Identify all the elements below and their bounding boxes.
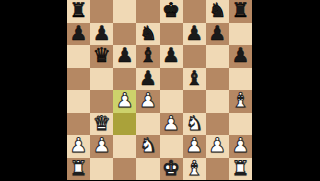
square-f5[interactable]: ♝ xyxy=(183,68,206,91)
square-f8[interactable] xyxy=(183,0,206,23)
chess-board: ♜♚♞♜♟♟♞♟♟♛♟♝♟♟♟♝♟♟♝♛♟♞♟♟♞♟♟♟♜♚♝♜ xyxy=(67,0,252,180)
piece-white-knight[interactable]: ♞ xyxy=(185,113,203,133)
square-c7[interactable] xyxy=(113,23,136,46)
piece-black-rook[interactable]: ♜ xyxy=(70,0,88,20)
piece-black-bishop[interactable]: ♝ xyxy=(185,68,203,88)
square-c1[interactable] xyxy=(113,158,136,181)
square-e6[interactable]: ♟ xyxy=(160,45,183,68)
square-a4[interactable] xyxy=(67,90,90,113)
square-f1[interactable]: ♝ xyxy=(183,158,206,181)
piece-white-pawn[interactable]: ♟ xyxy=(116,90,134,110)
square-h8[interactable]: ♜ xyxy=(229,0,252,23)
square-h6[interactable]: ♟ xyxy=(229,45,252,68)
square-g3[interactable] xyxy=(206,113,229,136)
square-a7[interactable]: ♟ xyxy=(67,23,90,46)
square-g8[interactable]: ♞ xyxy=(206,0,229,23)
piece-black-pawn[interactable]: ♟ xyxy=(208,23,226,43)
square-f4[interactable] xyxy=(183,90,206,113)
square-a6[interactable] xyxy=(67,45,90,68)
piece-white-bishop[interactable]: ♝ xyxy=(231,90,249,110)
square-e1[interactable]: ♚ xyxy=(160,158,183,181)
square-d8[interactable] xyxy=(136,0,159,23)
square-f7[interactable]: ♟ xyxy=(183,23,206,46)
piece-white-knight[interactable]: ♞ xyxy=(139,135,157,155)
piece-white-pawn[interactable]: ♟ xyxy=(231,135,249,155)
square-a5[interactable] xyxy=(67,68,90,91)
piece-white-pawn[interactable]: ♟ xyxy=(70,135,88,155)
piece-white-pawn[interactable]: ♟ xyxy=(139,90,157,110)
square-d2[interactable]: ♞ xyxy=(136,135,159,158)
square-g2[interactable]: ♟ xyxy=(206,135,229,158)
piece-black-queen[interactable]: ♛ xyxy=(93,45,111,65)
square-g6[interactable] xyxy=(206,45,229,68)
piece-white-king[interactable]: ♚ xyxy=(162,158,180,178)
square-e8[interactable]: ♚ xyxy=(160,0,183,23)
square-b6[interactable]: ♛ xyxy=(90,45,113,68)
square-g4[interactable] xyxy=(206,90,229,113)
piece-black-pawn[interactable]: ♟ xyxy=(139,68,157,88)
video-frame: ♜♚♞♜♟♟♞♟♟♛♟♝♟♟♟♝♟♟♝♛♟♞♟♟♞♟♟♟♜♚♝♜ xyxy=(0,0,320,180)
square-b7[interactable]: ♟ xyxy=(90,23,113,46)
square-b1[interactable] xyxy=(90,158,113,181)
square-h1[interactable]: ♜ xyxy=(229,158,252,181)
square-g1[interactable] xyxy=(206,158,229,181)
square-f3[interactable]: ♞ xyxy=(183,113,206,136)
piece-white-queen[interactable]: ♛ xyxy=(93,113,111,133)
square-f6[interactable] xyxy=(183,45,206,68)
square-a2[interactable]: ♟ xyxy=(67,135,90,158)
square-g5[interactable] xyxy=(206,68,229,91)
piece-white-pawn[interactable]: ♟ xyxy=(162,113,180,133)
square-b3[interactable]: ♛ xyxy=(90,113,113,136)
piece-black-knight[interactable]: ♞ xyxy=(208,0,226,20)
piece-black-rook[interactable]: ♜ xyxy=(231,0,249,20)
piece-white-pawn[interactable]: ♟ xyxy=(93,135,111,155)
square-h2[interactable]: ♟ xyxy=(229,135,252,158)
piece-black-knight[interactable]: ♞ xyxy=(139,23,157,43)
square-c8[interactable] xyxy=(113,0,136,23)
square-b5[interactable] xyxy=(90,68,113,91)
piece-black-pawn[interactable]: ♟ xyxy=(162,45,180,65)
piece-white-pawn[interactable]: ♟ xyxy=(208,135,226,155)
square-c6[interactable]: ♟ xyxy=(113,45,136,68)
square-a1[interactable]: ♜ xyxy=(67,158,90,181)
letterbox-right xyxy=(252,0,320,180)
piece-black-pawn[interactable]: ♟ xyxy=(70,23,88,43)
square-b8[interactable] xyxy=(90,0,113,23)
square-c5[interactable] xyxy=(113,68,136,91)
piece-black-pawn[interactable]: ♟ xyxy=(116,45,134,65)
square-e2[interactable] xyxy=(160,135,183,158)
square-c4[interactable]: ♟ xyxy=(113,90,136,113)
square-e5[interactable] xyxy=(160,68,183,91)
square-e4[interactable] xyxy=(160,90,183,113)
square-h7[interactable] xyxy=(229,23,252,46)
square-d6[interactable]: ♝ xyxy=(136,45,159,68)
piece-black-king[interactable]: ♚ xyxy=(162,0,180,20)
square-h3[interactable] xyxy=(229,113,252,136)
piece-white-pawn[interactable]: ♟ xyxy=(185,135,203,155)
square-e3[interactable]: ♟ xyxy=(160,113,183,136)
square-d1[interactable] xyxy=(136,158,159,181)
square-b4[interactable] xyxy=(90,90,113,113)
piece-black-bishop[interactable]: ♝ xyxy=(139,45,157,65)
square-d7[interactable]: ♞ xyxy=(136,23,159,46)
square-d4[interactable]: ♟ xyxy=(136,90,159,113)
square-d5[interactable]: ♟ xyxy=(136,68,159,91)
piece-black-pawn[interactable]: ♟ xyxy=(185,23,203,43)
square-c2[interactable] xyxy=(113,135,136,158)
square-a3[interactable] xyxy=(67,113,90,136)
square-h4[interactable]: ♝ xyxy=(229,90,252,113)
square-g7[interactable]: ♟ xyxy=(206,23,229,46)
square-c3[interactable] xyxy=(113,113,136,136)
piece-white-rook[interactable]: ♜ xyxy=(231,158,249,178)
piece-black-pawn[interactable]: ♟ xyxy=(231,45,249,65)
square-f2[interactable]: ♟ xyxy=(183,135,206,158)
square-d3[interactable] xyxy=(136,113,159,136)
piece-white-rook[interactable]: ♜ xyxy=(70,158,88,178)
piece-black-pawn[interactable]: ♟ xyxy=(93,23,111,43)
square-e7[interactable] xyxy=(160,23,183,46)
square-h5[interactable] xyxy=(229,68,252,91)
square-a8[interactable]: ♜ xyxy=(67,0,90,23)
piece-white-bishop[interactable]: ♝ xyxy=(185,158,203,178)
square-b2[interactable]: ♟ xyxy=(90,135,113,158)
letterbox-left xyxy=(0,0,67,180)
